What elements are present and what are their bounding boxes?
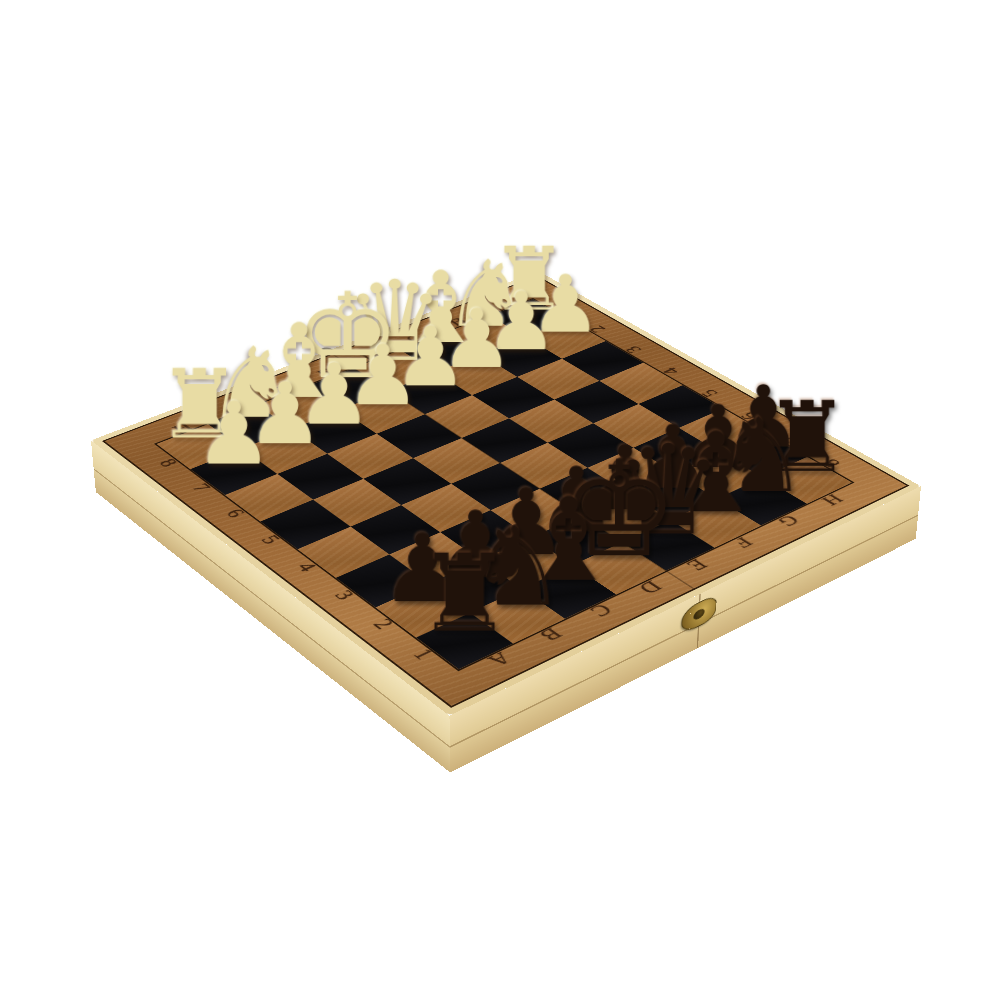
scene: 12345678 87654321 ABCDEFGH HGFEDCBA ♜♟♟♜… (0, 0, 1000, 1000)
chess-box: 12345678 87654321 ABCDEFGH HGFEDCBA ♜♟♟♜… (91, 271, 921, 716)
board-top-face: 12345678 87654321 ABCDEFGH HGFEDCBA ♜♟♟♜… (91, 271, 921, 716)
product-photo: 12345678 87654321 ABCDEFGH HGFEDCBA ♜♟♟♜… (0, 0, 1000, 1000)
